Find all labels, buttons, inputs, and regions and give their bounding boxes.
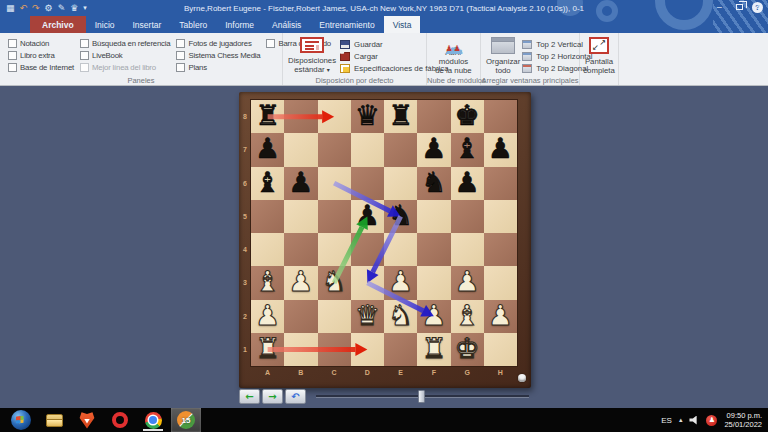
- board-square[interactable]: ♟: [251, 300, 284, 333]
- chess-board-panel: 87654321 ABCDEFGH ♜♛♜♚♟♟♝♟♝♟♞♟♟♞♝♟♞♟♟♟♛♞…: [239, 92, 531, 388]
- chess-piece-black-pawn[interactable]: ♟: [251, 133, 284, 166]
- file-label: B: [284, 364, 317, 380]
- board-square[interactable]: [318, 333, 351, 366]
- tray-time: 09:50 p.m.: [724, 411, 762, 420]
- board-square[interactable]: ♝: [251, 167, 284, 200]
- chess-piece-black-king[interactable]: ♚: [451, 100, 484, 133]
- checkbox-livebook[interactable]: LiveBook: [80, 51, 170, 60]
- board-square[interactable]: ♟: [284, 167, 317, 200]
- board-square[interactable]: [318, 200, 351, 233]
- fullscreen-icon: ↗↙: [589, 37, 609, 54]
- rank-label: 4: [239, 233, 251, 266]
- board-square[interactable]: ♝: [451, 300, 484, 333]
- board-square[interactable]: [351, 167, 384, 200]
- board-square[interactable]: ♟: [417, 133, 450, 166]
- rank-label: 1: [239, 333, 251, 366]
- tab-análisis[interactable]: Análisis: [263, 16, 310, 33]
- hidden-icons-arrow-icon[interactable]: ▴: [679, 416, 683, 424]
- tray-date: 25/01/2022: [724, 420, 762, 429]
- rank-label: 8: [239, 100, 251, 133]
- tab-insertar[interactable]: Insertar: [124, 16, 171, 33]
- ribbon-empty-space: [619, 33, 768, 85]
- chess-piece-white-pawn[interactable]: ♟: [484, 300, 517, 333]
- tab-archivo[interactable]: Archivo: [30, 16, 86, 33]
- disposiciones-label-1: Disposiciones: [288, 56, 336, 65]
- checkbox-plans[interactable]: Plans: [176, 63, 260, 72]
- checkbox-label: Plans: [188, 63, 207, 72]
- standard-layout-icon: [300, 37, 324, 53]
- board-square[interactable]: [318, 233, 351, 266]
- ribbon-group-ventanas: Organizar todo Top 2 VerticalTop 2 Horiz…: [481, 33, 580, 85]
- board-square[interactable]: [284, 100, 317, 133]
- chess-piece-white-pawn[interactable]: ♟: [284, 266, 317, 299]
- board-square[interactable]: [384, 133, 417, 166]
- chess-piece-black-bishop[interactable]: ♝: [451, 133, 484, 166]
- chess-piece-white-king[interactable]: ♚: [451, 333, 484, 366]
- rank-labels: 87654321: [239, 100, 251, 366]
- rank-label: 3: [239, 266, 251, 299]
- quick-access-toolbar: ▦↶↷⚙✎♛▾: [0, 3, 87, 13]
- board-square[interactable]: ♚: [451, 333, 484, 366]
- chess-piece-black-pawn[interactable]: ♟: [451, 167, 484, 200]
- checkbox-box[interactable]: [80, 63, 89, 72]
- chessbase-tray-icon[interactable]: ♟: [706, 415, 717, 426]
- pantalla-label-2: completa: [583, 66, 615, 75]
- ribbon-group-nube: ☁♟♟ Abrir módulos de la nube Nube de mód…: [427, 33, 481, 85]
- ribbon-group-disposicion: Disposiciones estándar ▾ GuardarCargarEs…: [283, 33, 427, 85]
- board-square[interactable]: ♟: [251, 133, 284, 166]
- board-square[interactable]: [384, 333, 417, 366]
- chess-piece-black-pawn[interactable]: ♟: [417, 133, 450, 166]
- board-square[interactable]: ♚: [451, 100, 484, 133]
- checkbox-búsqueda-en-referencia[interactable]: Búsqueda en referencia: [80, 39, 170, 48]
- chess-piece-black-rook[interactable]: ♜: [384, 100, 417, 133]
- board-square[interactable]: ♟: [351, 200, 384, 233]
- file-label: A: [251, 364, 284, 380]
- board-square[interactable]: [484, 100, 517, 133]
- slider-handle[interactable]: [418, 390, 425, 403]
- file-label: E: [384, 364, 417, 380]
- disposiciones-estandar-button[interactable]: Disposiciones estándar ▾: [288, 36, 336, 75]
- system-tray: ES ▴ ♟ 09:50 p.m. 25/01/2022: [661, 411, 768, 429]
- board-square[interactable]: [284, 133, 317, 166]
- checkbox-box[interactable]: [176, 63, 185, 72]
- chess-piece-white-queen[interactable]: ♛: [351, 300, 384, 333]
- board-square[interactable]: ♟: [417, 300, 450, 333]
- board-square[interactable]: ♜: [251, 333, 284, 366]
- pantalla-label-1: Pantalla: [585, 57, 613, 66]
- board-square[interactable]: ♜: [251, 100, 284, 133]
- checkbox-label: LiveBook: [92, 51, 122, 60]
- organizar-todo-button[interactable]: Organizar todo: [486, 36, 520, 75]
- top2v-icon: [522, 40, 532, 49]
- pantalla-completa-button[interactable]: ↗↙ Pantalla completa: [583, 36, 615, 75]
- chess-piece-white-bishop[interactable]: ♝: [251, 266, 284, 299]
- settings-gear-icon[interactable]: ⚙: [45, 3, 53, 13]
- rank-label: 5: [239, 200, 251, 233]
- rank-label: 6: [239, 167, 251, 200]
- board-square[interactable]: [284, 300, 317, 333]
- board-square[interactable]: ♞: [384, 300, 417, 333]
- chess-piece-white-pawn[interactable]: ♟: [451, 266, 484, 299]
- board-square[interactable]: [318, 100, 351, 133]
- titlebar: ▦↶↷⚙✎♛▾ Byrne,Robert Eugene - Fischer,Ro…: [0, 0, 768, 16]
- checkbox-label: Base de Internet: [20, 63, 74, 72]
- window-restore-button[interactable]: [736, 4, 743, 10]
- board-square[interactable]: ♟: [484, 133, 517, 166]
- ribbon: Paneles NotaciónLibro extraBase de Inter…: [0, 33, 768, 86]
- clock[interactable]: 09:50 p.m. 25/01/2022: [724, 411, 762, 429]
- checkbox-box[interactable]: [80, 51, 89, 60]
- ribbon-group-paneles: Paneles NotaciónLibro extraBase de Inter…: [0, 33, 283, 85]
- chess-board: ♜♛♜♚♟♟♝♟♝♟♞♟♟♞♝♟♞♟♟♟♛♞♟♝♟♜♜♚: [251, 100, 517, 366]
- group-label-paneles: Paneles: [0, 76, 282, 85]
- tab-tablero[interactable]: Tablero: [170, 16, 216, 33]
- qat-dropdown-caret-icon[interactable]: ▾: [83, 3, 87, 13]
- board-square[interactable]: [484, 167, 517, 200]
- group-label-nube: Nube de módulos: [427, 76, 480, 85]
- top2d-icon: [522, 64, 532, 73]
- chess-piece-white-knight[interactable]: ♞: [384, 300, 417, 333]
- chrome-icon[interactable]: [138, 408, 168, 432]
- checkbox-fotos-de-jugadores[interactable]: Fotos de jugadores: [176, 39, 260, 48]
- board-square[interactable]: [351, 233, 384, 266]
- checkbox-box[interactable]: [176, 39, 185, 48]
- board-square[interactable]: [484, 233, 517, 266]
- checkbox-mejor-línea-del-libro[interactable]: Mejor línea del libro: [80, 63, 170, 72]
- board-square[interactable]: [484, 333, 517, 366]
- checkbox-label: Libro extra: [20, 51, 55, 60]
- window-close-button[interactable]: ×: [757, 2, 762, 12]
- board-square[interactable]: [451, 233, 484, 266]
- explorer-icon[interactable]: [39, 408, 69, 432]
- tab-informe[interactable]: Informe: [216, 16, 263, 33]
- board-square[interactable]: [284, 233, 317, 266]
- board-square[interactable]: [318, 300, 351, 333]
- chess-piece-white-pawn[interactable]: ♟: [384, 266, 417, 299]
- checkbox-label: Mejor línea del libro: [92, 63, 156, 72]
- board-square[interactable]: ♛: [351, 300, 384, 333]
- board-square[interactable]: [451, 200, 484, 233]
- queen-piece-icon[interactable]: ♛: [70, 3, 78, 13]
- board-square[interactable]: ♟: [384, 266, 417, 299]
- start-button[interactable]: [6, 408, 36, 432]
- board-square[interactable]: ♝: [251, 266, 284, 299]
- brave-icon[interactable]: [72, 408, 102, 432]
- board-window-icon[interactable]: ▦: [6, 3, 15, 13]
- chess-piece-white-rook[interactable]: ♜: [417, 333, 450, 366]
- side-to-move-indicator: [518, 374, 526, 382]
- ribbon-group-pantalla: ↗↙ Pantalla completa: [580, 33, 619, 85]
- board-square[interactable]: ♟: [451, 167, 484, 200]
- chess-piece-white-knight[interactable]: ♞: [318, 266, 351, 299]
- board-square[interactable]: ♟: [451, 266, 484, 299]
- chess-piece-black-queen[interactable]: ♛: [351, 100, 384, 133]
- rank-label: 2: [239, 300, 251, 333]
- ribbon-item-label: Top 2 Vertical: [536, 40, 583, 49]
- board-square[interactable]: [351, 266, 384, 299]
- checkbox-base-de-internet[interactable]: Base de Internet: [8, 63, 74, 72]
- pencil-icon[interactable]: ✎: [58, 3, 66, 13]
- chess-piece-black-pawn[interactable]: ♟: [351, 200, 384, 233]
- rank-label: 7: [239, 133, 251, 166]
- arrange-windows-icon: [491, 37, 515, 54]
- chess-piece-black-pawn[interactable]: ♟: [284, 167, 317, 200]
- workspace: 87654321 ABCDEFGH ♜♛♜♚♟♟♝♟♝♟♞♟♟♞♝♟♞♟♟♟♛♞…: [0, 87, 768, 408]
- volume-icon[interactable]: [689, 416, 699, 425]
- board-square[interactable]: [417, 266, 450, 299]
- file-labels: ABCDEFGH: [251, 364, 517, 380]
- checkbox-column: NotaciónLibro extraBase de Internet: [8, 36, 74, 75]
- organizar-label-1: Organizar: [486, 57, 520, 66]
- chess-piece-black-knight[interactable]: ♞: [417, 167, 450, 200]
- language-indicator[interactable]: ES: [661, 416, 672, 425]
- chess-piece-black-pawn[interactable]: ♟: [484, 133, 517, 166]
- file-label: D: [351, 364, 384, 380]
- next-move-button[interactable]: →: [262, 389, 283, 404]
- board-square[interactable]: [284, 333, 317, 366]
- board-square[interactable]: [384, 233, 417, 266]
- screen: { "game": "chess", "position": { "fen": …: [0, 0, 768, 432]
- board-square[interactable]: [251, 200, 284, 233]
- chessbase15-icon[interactable]: 15: [171, 408, 201, 432]
- dropdown-caret-icon: ▾: [327, 67, 330, 73]
- file-label: G: [451, 364, 484, 380]
- nube-label-2: de la nube: [435, 66, 471, 75]
- board-square[interactable]: ♞: [417, 167, 450, 200]
- chess-piece-black-knight[interactable]: ♞: [384, 200, 417, 233]
- board-square[interactable]: [484, 266, 517, 299]
- tab-inicio[interactable]: Inicio: [86, 16, 124, 33]
- board-square[interactable]: [251, 233, 284, 266]
- checkbox-box[interactable]: [80, 39, 89, 48]
- checkbox-label: Sistema Chess Media: [188, 51, 260, 60]
- board-square[interactable]: [417, 200, 450, 233]
- opera-icon[interactable]: [105, 408, 135, 432]
- file-label: H: [484, 364, 517, 380]
- factory-icon: [340, 64, 350, 73]
- board-square[interactable]: [284, 200, 317, 233]
- cloud-engines-icon: ☁♟♟: [439, 37, 469, 45]
- tab-vista[interactable]: Vista: [384, 16, 421, 33]
- board-square[interactable]: [484, 200, 517, 233]
- chess-piece-white-bishop[interactable]: ♝: [451, 300, 484, 333]
- abrir-modulos-nube-button[interactable]: ☁♟♟ Abrir módulos de la nube: [432, 36, 475, 75]
- chess-piece-black-rook[interactable]: ♜: [251, 100, 284, 133]
- file-label: C: [318, 364, 351, 380]
- checkbox-sistema-chess-media[interactable]: Sistema Chess Media: [176, 51, 260, 60]
- chess-piece-white-pawn[interactable]: ♟: [251, 300, 284, 333]
- checkbox-label: Búsqueda en referencia: [92, 39, 170, 48]
- window-title: Byrne,Robert Eugene - Fischer,Robert Jam…: [184, 4, 584, 13]
- save-icon: [340, 40, 350, 49]
- group-label-disposicion: Disposición por defecto: [283, 76, 426, 85]
- board-square[interactable]: ♛: [351, 100, 384, 133]
- ribbon-item-label: Cargar: [354, 52, 378, 61]
- load-icon: [340, 52, 350, 61]
- checkbox-box[interactable]: [176, 51, 185, 60]
- group-label-ventanas: Arreglar ventanas principales: [481, 76, 579, 85]
- file-label: F: [417, 364, 450, 380]
- checkbox-box[interactable]: [8, 51, 17, 60]
- tab-entrenamiento[interactable]: Entrenamiento: [310, 16, 383, 33]
- board-square[interactable]: ♟: [484, 300, 517, 333]
- move-navigation-bar: ←→↶: [239, 387, 531, 406]
- window-header: ▦↶↷⚙✎♛▾ Byrne,Robert Eugene - Fischer,Ro…: [0, 0, 768, 33]
- checkbox-column: Fotos de jugadoresSistema Chess MediaPla…: [176, 36, 260, 75]
- board-square[interactable]: ♞: [384, 200, 417, 233]
- checkbox-notación[interactable]: Notación: [8, 39, 74, 48]
- board-square[interactable]: [417, 233, 450, 266]
- checkbox-box[interactable]: [8, 39, 17, 48]
- ribbon-item-label: Guardar: [354, 40, 383, 49]
- board-square[interactable]: [384, 167, 417, 200]
- chess-piece-white-rook[interactable]: ♜: [251, 333, 284, 366]
- window-minimize-button[interactable]: –: [717, 2, 722, 12]
- checkbox-column: Búsqueda en referenciaLiveBookMejor líne…: [80, 36, 170, 75]
- board-square[interactable]: ♝: [451, 133, 484, 166]
- board-square[interactable]: ♞: [318, 266, 351, 299]
- disposiciones-label-2: estándar ▾: [294, 65, 330, 75]
- board-square[interactable]: ♟: [284, 266, 317, 299]
- board-square[interactable]: [318, 167, 351, 200]
- board-square[interactable]: [351, 133, 384, 166]
- checkbox-label: Fotos de jugadores: [188, 39, 251, 48]
- ribbon-tab-bar: ArchivoInicioInsertarTableroInformeAnáli…: [0, 16, 768, 33]
- chess-piece-black-bishop[interactable]: ♝: [251, 167, 284, 200]
- redo-icon[interactable]: ↷: [32, 3, 40, 13]
- previous-move-button[interactable]: ←: [239, 389, 260, 404]
- board-square[interactable]: ♜: [417, 333, 450, 366]
- game-position-slider[interactable]: [316, 389, 529, 404]
- taskbar: 15 ES ▴ ♟ 09:50 p.m. 25/01/2022: [0, 408, 768, 432]
- board-square[interactable]: ♜: [384, 100, 417, 133]
- top2h-icon: [522, 52, 532, 61]
- board-square[interactable]: [351, 333, 384, 366]
- takeback-button[interactable]: ↶: [285, 389, 306, 404]
- board-square[interactable]: [417, 100, 450, 133]
- checkbox-box[interactable]: [266, 39, 275, 48]
- board-square[interactable]: [318, 133, 351, 166]
- checkbox-box[interactable]: [8, 63, 17, 72]
- organizar-label-2: todo: [496, 66, 511, 75]
- chess-piece-white-pawn[interactable]: ♟: [417, 300, 450, 333]
- checkbox-label: Notación: [20, 39, 49, 48]
- checkbox-libro-extra[interactable]: Libro extra: [8, 51, 74, 60]
- undo-icon[interactable]: ↶: [20, 3, 28, 13]
